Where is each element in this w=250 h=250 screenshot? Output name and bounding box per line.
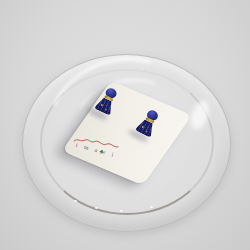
rim-sparkle xyxy=(150,206,153,208)
rim-sparkle xyxy=(120,210,123,212)
rim-sparkle xyxy=(95,207,98,209)
photo-stage: i m a♣r i xyxy=(0,0,250,250)
rim-sparkle xyxy=(74,200,77,202)
